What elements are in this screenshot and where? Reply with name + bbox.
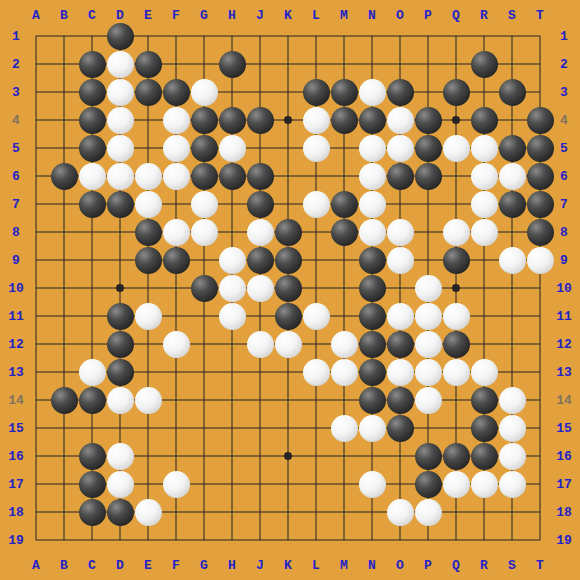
stone-white-O13[interactable]	[387, 359, 414, 386]
stone-black-E2[interactable]	[135, 51, 162, 78]
coord-row-left-13: 13	[8, 365, 24, 380]
coord-row-left-1: 1	[12, 29, 20, 44]
stone-black-S3[interactable]	[499, 79, 526, 106]
coord-row-left-15: 15	[8, 421, 24, 436]
coord-col-top-G: G	[200, 8, 208, 23]
coord-col-bottom-D: D	[116, 558, 124, 573]
stone-black-H2[interactable]	[219, 51, 246, 78]
stone-white-S6[interactable]	[499, 163, 526, 190]
stone-white-P18[interactable]	[415, 499, 442, 526]
coord-row-right-4: 4	[560, 113, 568, 128]
coord-row-left-6: 6	[12, 169, 20, 184]
stone-black-J4[interactable]	[247, 107, 274, 134]
stone-black-H4[interactable]	[219, 107, 246, 134]
stone-white-G7[interactable]	[191, 191, 218, 218]
coord-row-right-12: 12	[556, 337, 572, 352]
stone-white-D16[interactable]	[107, 443, 134, 470]
coord-row-left-14: 14	[8, 393, 24, 408]
coord-row-left-8: 8	[12, 225, 20, 240]
stone-black-G4[interactable]	[191, 107, 218, 134]
stone-black-T8[interactable]	[527, 219, 554, 246]
coord-row-right-9: 9	[560, 253, 568, 268]
stone-black-C18[interactable]	[79, 499, 106, 526]
coord-col-bottom-B: B	[60, 558, 68, 573]
stone-white-H10[interactable]	[219, 275, 246, 302]
coord-col-top-C: C	[88, 8, 96, 23]
stone-white-Q13[interactable]	[443, 359, 470, 386]
stone-black-K10[interactable]	[275, 275, 302, 302]
stone-black-G6[interactable]	[191, 163, 218, 190]
stone-black-M3[interactable]	[331, 79, 358, 106]
coord-col-bottom-N: N	[368, 558, 376, 573]
stone-black-C4[interactable]	[79, 107, 106, 134]
coord-row-left-11: 11	[8, 309, 24, 324]
stone-white-R7[interactable]	[471, 191, 498, 218]
stone-white-N7[interactable]	[359, 191, 386, 218]
stone-white-S15[interactable]	[499, 415, 526, 442]
stone-black-N13[interactable]	[359, 359, 386, 386]
stone-white-J12[interactable]	[247, 331, 274, 358]
coord-col-bottom-H: H	[228, 558, 236, 573]
stone-black-C2[interactable]	[79, 51, 106, 78]
coord-col-bottom-P: P	[424, 558, 432, 573]
stone-black-J6[interactable]	[247, 163, 274, 190]
stone-black-O15[interactable]	[387, 415, 414, 442]
coord-row-right-3: 3	[560, 85, 568, 100]
stone-white-L13[interactable]	[303, 359, 330, 386]
stone-black-R15[interactable]	[471, 415, 498, 442]
star-point-D10	[116, 284, 124, 292]
coord-col-bottom-J: J	[256, 558, 264, 573]
coord-row-right-13: 13	[556, 365, 572, 380]
stone-black-F9[interactable]	[163, 247, 190, 274]
stone-black-C5[interactable]	[79, 135, 106, 162]
stone-white-F6[interactable]	[163, 163, 190, 190]
coord-row-right-1: 1	[560, 29, 568, 44]
coord-col-top-E: E	[144, 8, 152, 23]
stone-white-R17[interactable]	[471, 471, 498, 498]
stone-white-O8[interactable]	[387, 219, 414, 246]
stone-white-Q17[interactable]	[443, 471, 470, 498]
stone-white-D4[interactable]	[107, 107, 134, 134]
stone-white-D3[interactable]	[107, 79, 134, 106]
stone-black-D1[interactable]	[107, 23, 134, 50]
coord-row-right-10: 10	[556, 281, 572, 296]
stone-black-R2[interactable]	[471, 51, 498, 78]
stone-black-T4[interactable]	[527, 107, 554, 134]
coord-col-bottom-S: S	[508, 558, 516, 573]
stone-white-F17[interactable]	[163, 471, 190, 498]
stone-white-L11[interactable]	[303, 303, 330, 330]
coord-row-right-14: 14	[556, 393, 572, 408]
coord-col-bottom-Q: Q	[452, 558, 460, 573]
coord-col-bottom-F: F	[172, 558, 180, 573]
coord-row-right-6: 6	[560, 169, 568, 184]
stone-black-C17[interactable]	[79, 471, 106, 498]
stone-black-K9[interactable]	[275, 247, 302, 274]
coord-row-right-11: 11	[556, 309, 572, 324]
stone-white-P12[interactable]	[415, 331, 442, 358]
stone-white-M12[interactable]	[331, 331, 358, 358]
coord-row-left-10: 10	[8, 281, 24, 296]
coord-row-left-17: 17	[8, 477, 24, 492]
stone-white-Q5[interactable]	[443, 135, 470, 162]
coord-row-right-18: 18	[556, 505, 572, 520]
stone-white-H11[interactable]	[219, 303, 246, 330]
stone-white-T9[interactable]	[527, 247, 554, 274]
stone-white-F12[interactable]	[163, 331, 190, 358]
star-point-Q10	[452, 284, 460, 292]
stone-black-Q12[interactable]	[443, 331, 470, 358]
stone-white-H5[interactable]	[219, 135, 246, 162]
stone-black-B14[interactable]	[51, 387, 78, 414]
stone-white-O5[interactable]	[387, 135, 414, 162]
stone-white-H9[interactable]	[219, 247, 246, 274]
star-point-K4	[284, 116, 292, 124]
stone-black-T6[interactable]	[527, 163, 554, 190]
coord-row-right-5: 5	[560, 141, 568, 156]
stone-black-O3[interactable]	[387, 79, 414, 106]
stone-black-E3[interactable]	[135, 79, 162, 106]
coord-row-left-5: 5	[12, 141, 20, 156]
stone-white-E6[interactable]	[135, 163, 162, 190]
stone-white-G8[interactable]	[191, 219, 218, 246]
coord-col-top-B: B	[60, 8, 68, 23]
stone-black-C7[interactable]	[79, 191, 106, 218]
coord-col-top-K: K	[284, 8, 292, 23]
stone-white-P11[interactable]	[415, 303, 442, 330]
stone-white-M13[interactable]	[331, 359, 358, 386]
coord-col-bottom-A: A	[32, 558, 40, 573]
stone-black-O12[interactable]	[387, 331, 414, 358]
stone-black-P6[interactable]	[415, 163, 442, 190]
coord-col-bottom-L: L	[312, 558, 320, 573]
stone-black-P17[interactable]	[415, 471, 442, 498]
stone-white-G3[interactable]	[191, 79, 218, 106]
coord-row-right-2: 2	[560, 57, 568, 72]
coord-col-top-P: P	[424, 8, 432, 23]
stone-black-G5[interactable]	[191, 135, 218, 162]
stone-white-L5[interactable]	[303, 135, 330, 162]
stone-black-P5[interactable]	[415, 135, 442, 162]
stone-white-E18[interactable]	[135, 499, 162, 526]
stone-white-F5[interactable]	[163, 135, 190, 162]
go-board: ABCDEFGHJKLMNOPQRST ABCDEFGHJKLMNOPQRST …	[0, 0, 580, 580]
stone-black-N12[interactable]	[359, 331, 386, 358]
stone-white-O4[interactable]	[387, 107, 414, 134]
stone-white-N17[interactable]	[359, 471, 386, 498]
stone-black-O14[interactable]	[387, 387, 414, 414]
stone-black-Q9[interactable]	[443, 247, 470, 274]
stone-black-C3[interactable]	[79, 79, 106, 106]
coord-row-left-9: 9	[12, 253, 20, 268]
coord-col-top-L: L	[312, 8, 320, 23]
coord-col-top-S: S	[508, 8, 516, 23]
stone-black-P4[interactable]	[415, 107, 442, 134]
star-point-K16	[284, 452, 292, 460]
stone-white-S16[interactable]	[499, 443, 526, 470]
stone-black-C16[interactable]	[79, 443, 106, 470]
stone-white-P10[interactable]	[415, 275, 442, 302]
stone-black-R16[interactable]	[471, 443, 498, 470]
coord-col-top-R: R	[480, 8, 488, 23]
coord-row-right-17: 17	[556, 477, 572, 492]
stone-white-R13[interactable]	[471, 359, 498, 386]
stone-white-J10[interactable]	[247, 275, 274, 302]
stone-black-S7[interactable]	[499, 191, 526, 218]
stone-white-M15[interactable]	[331, 415, 358, 442]
stone-black-Q16[interactable]	[443, 443, 470, 470]
stone-black-N9[interactable]	[359, 247, 386, 274]
stone-black-M4[interactable]	[331, 107, 358, 134]
stone-black-M7[interactable]	[331, 191, 358, 218]
stone-white-F4[interactable]	[163, 107, 190, 134]
stone-white-O18[interactable]	[387, 499, 414, 526]
stone-black-K11[interactable]	[275, 303, 302, 330]
stone-white-S14[interactable]	[499, 387, 526, 414]
stone-black-E9[interactable]	[135, 247, 162, 274]
stone-white-E14[interactable]	[135, 387, 162, 414]
coord-row-right-8: 8	[560, 225, 568, 240]
stone-black-R4[interactable]	[471, 107, 498, 134]
stone-black-N4[interactable]	[359, 107, 386, 134]
coord-col-bottom-R: R	[480, 558, 488, 573]
coord-col-top-M: M	[340, 8, 348, 23]
coord-row-left-12: 12	[8, 337, 24, 352]
stone-black-G10[interactable]	[191, 275, 218, 302]
stone-black-O6[interactable]	[387, 163, 414, 190]
stone-black-D7[interactable]	[107, 191, 134, 218]
stone-white-O9[interactable]	[387, 247, 414, 274]
stone-black-T7[interactable]	[527, 191, 554, 218]
coord-row-left-18: 18	[8, 505, 24, 520]
stone-white-E7[interactable]	[135, 191, 162, 218]
coord-row-left-16: 16	[8, 449, 24, 464]
coord-row-right-19: 19	[556, 533, 572, 548]
coord-row-left-3: 3	[12, 85, 20, 100]
coord-col-top-O: O	[396, 8, 404, 23]
stone-black-D18[interactable]	[107, 499, 134, 526]
coord-col-bottom-M: M	[340, 558, 348, 573]
stone-black-B6[interactable]	[51, 163, 78, 190]
coord-col-bottom-E: E	[144, 558, 152, 573]
stone-white-S17[interactable]	[499, 471, 526, 498]
stone-white-P13[interactable]	[415, 359, 442, 386]
stone-white-D2[interactable]	[107, 51, 134, 78]
stone-black-E8[interactable]	[135, 219, 162, 246]
stone-white-P14[interactable]	[415, 387, 442, 414]
coord-row-left-19: 19	[8, 533, 24, 548]
coord-col-bottom-K: K	[284, 558, 292, 573]
stone-black-R14[interactable]	[471, 387, 498, 414]
coord-col-bottom-G: G	[200, 558, 208, 573]
coord-row-left-2: 2	[12, 57, 20, 72]
coord-col-top-H: H	[228, 8, 236, 23]
stone-black-S5[interactable]	[499, 135, 526, 162]
coord-col-top-D: D	[116, 8, 124, 23]
stone-black-L3[interactable]	[303, 79, 330, 106]
stone-black-J7[interactable]	[247, 191, 274, 218]
coord-col-bottom-O: O	[396, 558, 404, 573]
stone-white-D5[interactable]	[107, 135, 134, 162]
stone-white-Q8[interactable]	[443, 219, 470, 246]
coord-col-top-T: T	[536, 8, 544, 23]
stone-white-E11[interactable]	[135, 303, 162, 330]
stone-black-N11[interactable]	[359, 303, 386, 330]
coord-row-left-7: 7	[12, 197, 20, 212]
stone-black-K8[interactable]	[275, 219, 302, 246]
stone-white-F8[interactable]	[163, 219, 190, 246]
star-point-Q4	[452, 116, 460, 124]
stone-white-N15[interactable]	[359, 415, 386, 442]
coord-col-top-Q: Q	[452, 8, 460, 23]
stone-black-D12[interactable]	[107, 331, 134, 358]
coord-row-right-16: 16	[556, 449, 572, 464]
stone-black-M8[interactable]	[331, 219, 358, 246]
coord-col-top-J: J	[256, 8, 264, 23]
stone-black-P16[interactable]	[415, 443, 442, 470]
coord-row-left-4: 4	[12, 113, 20, 128]
stone-black-D13[interactable]	[107, 359, 134, 386]
stone-white-N5[interactable]	[359, 135, 386, 162]
stone-black-T5[interactable]	[527, 135, 554, 162]
coord-col-top-A: A	[32, 8, 40, 23]
coord-col-top-F: F	[172, 8, 180, 23]
stone-white-C13[interactable]	[79, 359, 106, 386]
stone-black-D11[interactable]	[107, 303, 134, 330]
stone-white-N3[interactable]	[359, 79, 386, 106]
stone-black-Q3[interactable]	[443, 79, 470, 106]
stone-white-R8[interactable]	[471, 219, 498, 246]
stone-white-C6[interactable]	[79, 163, 106, 190]
stone-white-K12[interactable]	[275, 331, 302, 358]
coord-row-right-7: 7	[560, 197, 568, 212]
stone-white-R5[interactable]	[471, 135, 498, 162]
stone-white-N6[interactable]	[359, 163, 386, 190]
stone-black-J9[interactable]	[247, 247, 274, 274]
stone-white-D14[interactable]	[107, 387, 134, 414]
stone-white-D6[interactable]	[107, 163, 134, 190]
stone-white-L7[interactable]	[303, 191, 330, 218]
stone-white-Q11[interactable]	[443, 303, 470, 330]
stone-black-C14[interactable]	[79, 387, 106, 414]
stone-white-N8[interactable]	[359, 219, 386, 246]
coord-col-bottom-C: C	[88, 558, 96, 573]
stone-white-L4[interactable]	[303, 107, 330, 134]
stone-black-F3[interactable]	[163, 79, 190, 106]
stone-black-N10[interactable]	[359, 275, 386, 302]
coord-col-bottom-T: T	[536, 558, 544, 573]
stone-white-J8[interactable]	[247, 219, 274, 246]
coord-row-right-15: 15	[556, 421, 572, 436]
stone-black-H6[interactable]	[219, 163, 246, 190]
stone-white-S9[interactable]	[499, 247, 526, 274]
coord-col-top-N: N	[368, 8, 376, 23]
stone-white-D17[interactable]	[107, 471, 134, 498]
stone-white-O11[interactable]	[387, 303, 414, 330]
stone-white-R6[interactable]	[471, 163, 498, 190]
stone-black-N14[interactable]	[359, 387, 386, 414]
